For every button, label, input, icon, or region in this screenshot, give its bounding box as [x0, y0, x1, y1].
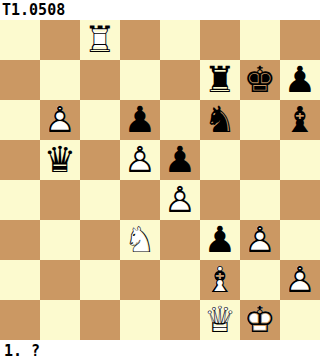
- piece-black-pawn: ♟: [160, 140, 200, 180]
- square-a6[interactable]: [0, 100, 40, 140]
- square-h8[interactable]: [280, 20, 320, 60]
- square-e8[interactable]: [160, 20, 200, 60]
- square-c1[interactable]: [80, 300, 120, 340]
- square-e6[interactable]: [160, 100, 200, 140]
- square-b2[interactable]: [40, 260, 80, 300]
- piece-black-bishop: ♝: [280, 100, 320, 140]
- square-c6[interactable]: [80, 100, 120, 140]
- piece-white-pawn: ♟♙: [40, 100, 80, 140]
- move-prompt: 1. ?: [0, 340, 320, 360]
- square-e1[interactable]: [160, 300, 200, 340]
- square-a1[interactable]: [0, 300, 40, 340]
- square-g8[interactable]: [240, 20, 280, 60]
- square-h1[interactable]: [280, 300, 320, 340]
- piece-white-pawn: ♟♙: [120, 140, 160, 180]
- square-f8[interactable]: [200, 20, 240, 60]
- puzzle-id: T1.0508: [0, 0, 320, 20]
- piece-black-pawn: ♟: [200, 220, 240, 260]
- square-b6[interactable]: ♟♙: [40, 100, 80, 140]
- square-c3[interactable]: [80, 220, 120, 260]
- piece-white-knight: ♞♘: [120, 220, 160, 260]
- square-b3[interactable]: [40, 220, 80, 260]
- square-c4[interactable]: [80, 180, 120, 220]
- piece-white-pawn: ♟♙: [240, 220, 280, 260]
- square-g7[interactable]: ♚: [240, 60, 280, 100]
- square-h5[interactable]: [280, 140, 320, 180]
- square-c5[interactable]: [80, 140, 120, 180]
- square-d8[interactable]: [120, 20, 160, 60]
- square-c7[interactable]: [80, 60, 120, 100]
- piece-black-pawn: ♟: [280, 60, 320, 100]
- square-a3[interactable]: [0, 220, 40, 260]
- square-g4[interactable]: [240, 180, 280, 220]
- square-a4[interactable]: [0, 180, 40, 220]
- square-h7[interactable]: ♟: [280, 60, 320, 100]
- square-g5[interactable]: [240, 140, 280, 180]
- square-e7[interactable]: [160, 60, 200, 100]
- square-g3[interactable]: ♟♙: [240, 220, 280, 260]
- piece-black-pawn: ♟: [120, 100, 160, 140]
- square-e4[interactable]: ♟♙: [160, 180, 200, 220]
- square-f6[interactable]: ♞: [200, 100, 240, 140]
- square-f4[interactable]: [200, 180, 240, 220]
- piece-black-rook: ♜: [200, 60, 240, 100]
- square-f7[interactable]: ♜: [200, 60, 240, 100]
- square-d2[interactable]: [120, 260, 160, 300]
- square-f5[interactable]: [200, 140, 240, 180]
- square-c8[interactable]: ♜♖: [80, 20, 120, 60]
- chess-board: ♜♖♜♚♟♟♙♟♞♝♛♟♙♟♟♙♞♘♟♟♙♝♗♟♙♛♕♚♔: [0, 20, 320, 340]
- square-d5[interactable]: ♟♙: [120, 140, 160, 180]
- square-h2[interactable]: ♟♙: [280, 260, 320, 300]
- square-f3[interactable]: ♟: [200, 220, 240, 260]
- piece-black-queen: ♛: [40, 140, 80, 180]
- square-f2[interactable]: ♝♗: [200, 260, 240, 300]
- square-b8[interactable]: [40, 20, 80, 60]
- piece-black-knight: ♞: [200, 100, 240, 140]
- square-b1[interactable]: [40, 300, 80, 340]
- square-d4[interactable]: [120, 180, 160, 220]
- square-b4[interactable]: [40, 180, 80, 220]
- square-b7[interactable]: [40, 60, 80, 100]
- square-g1[interactable]: ♚♔: [240, 300, 280, 340]
- square-a2[interactable]: [0, 260, 40, 300]
- square-d6[interactable]: ♟: [120, 100, 160, 140]
- square-d3[interactable]: ♞♘: [120, 220, 160, 260]
- square-b5[interactable]: ♛: [40, 140, 80, 180]
- square-g6[interactable]: [240, 100, 280, 140]
- piece-white-king: ♚♔: [240, 300, 280, 340]
- square-d7[interactable]: [120, 60, 160, 100]
- square-a7[interactable]: [0, 60, 40, 100]
- piece-white-queen: ♛♕: [200, 300, 240, 340]
- square-h4[interactable]: [280, 180, 320, 220]
- square-c2[interactable]: [80, 260, 120, 300]
- piece-white-bishop: ♝♗: [200, 260, 240, 300]
- square-h6[interactable]: ♝: [280, 100, 320, 140]
- piece-black-king: ♚: [240, 60, 280, 100]
- piece-white-pawn: ♟♙: [280, 260, 320, 300]
- square-g2[interactable]: [240, 260, 280, 300]
- square-e2[interactable]: [160, 260, 200, 300]
- square-d1[interactable]: [120, 300, 160, 340]
- square-h3[interactable]: [280, 220, 320, 260]
- piece-white-pawn: ♟♙: [160, 180, 200, 220]
- square-e5[interactable]: ♟: [160, 140, 200, 180]
- piece-white-rook: ♜♖: [80, 20, 120, 60]
- square-a8[interactable]: [0, 20, 40, 60]
- square-f1[interactable]: ♛♕: [200, 300, 240, 340]
- square-e3[interactable]: [160, 220, 200, 260]
- square-a5[interactable]: [0, 140, 40, 180]
